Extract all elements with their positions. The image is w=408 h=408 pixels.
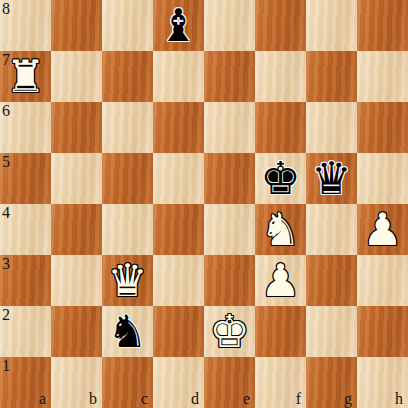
square-c7[interactable] [102, 51, 153, 102]
square-f5[interactable]: ♚ [255, 153, 306, 204]
square-a8[interactable]: 8 [0, 0, 51, 51]
square-c5[interactable] [102, 153, 153, 204]
square-h2[interactable] [357, 306, 408, 357]
square-b2[interactable] [51, 306, 102, 357]
square-d3[interactable] [153, 255, 204, 306]
square-c8[interactable] [102, 0, 153, 51]
file-label-b: b [89, 391, 97, 407]
square-e6[interactable] [204, 102, 255, 153]
square-c1[interactable]: c [102, 357, 153, 408]
square-b1[interactable]: b [51, 357, 102, 408]
square-b6[interactable] [51, 102, 102, 153]
piece-white-pawn-f3[interactable]: ♟ [255, 255, 306, 306]
square-h3[interactable] [357, 255, 408, 306]
file-label-c: c [141, 391, 148, 407]
square-g8[interactable] [306, 0, 357, 51]
square-c3[interactable]: ♛ [102, 255, 153, 306]
file-label-g: g [344, 391, 352, 407]
square-e1[interactable]: e [204, 357, 255, 408]
piece-black-knight-c2[interactable]: ♞ [102, 306, 153, 357]
file-label-e: e [243, 391, 250, 407]
square-h4[interactable]: ♟ [357, 204, 408, 255]
square-d2[interactable] [153, 306, 204, 357]
file-label-h: h [395, 391, 403, 407]
square-c6[interactable] [102, 102, 153, 153]
file-label-a: a [39, 391, 46, 407]
square-f2[interactable] [255, 306, 306, 357]
square-f3[interactable]: ♟ [255, 255, 306, 306]
chess-board-window: 8♝7♜65♚♛4♞♟3♛♟2♞♚1abcdefgh [0, 0, 408, 408]
rank-label-4: 4 [2, 205, 10, 221]
piece-black-queen-g5[interactable]: ♛ [306, 153, 357, 204]
square-a1[interactable]: 1a [0, 357, 51, 408]
file-label-d: d [191, 391, 199, 407]
piece-white-knight-f4[interactable]: ♞ [255, 204, 306, 255]
square-g5[interactable]: ♛ [306, 153, 357, 204]
chess-board: 8♝7♜65♚♛4♞♟3♛♟2♞♚1abcdefgh [0, 0, 408, 408]
piece-white-queen-c3[interactable]: ♛ [102, 255, 153, 306]
square-e4[interactable] [204, 204, 255, 255]
square-a6[interactable]: 6 [0, 102, 51, 153]
square-f6[interactable] [255, 102, 306, 153]
square-d6[interactable] [153, 102, 204, 153]
square-h1[interactable]: h [357, 357, 408, 408]
square-b4[interactable] [51, 204, 102, 255]
square-e2[interactable]: ♚ [204, 306, 255, 357]
piece-black-bishop-d8[interactable]: ♝ [153, 0, 204, 51]
square-b7[interactable] [51, 51, 102, 102]
rank-label-3: 3 [2, 256, 10, 272]
square-a5[interactable]: 5 [0, 153, 51, 204]
piece-white-pawn-h4[interactable]: ♟ [357, 204, 408, 255]
rank-label-2: 2 [2, 307, 10, 323]
square-f7[interactable] [255, 51, 306, 102]
square-d8[interactable]: ♝ [153, 0, 204, 51]
square-h7[interactable] [357, 51, 408, 102]
square-b8[interactable] [51, 0, 102, 51]
square-g1[interactable]: g [306, 357, 357, 408]
square-f8[interactable] [255, 0, 306, 51]
square-a3[interactable]: 3 [0, 255, 51, 306]
square-e7[interactable] [204, 51, 255, 102]
square-a2[interactable]: 2 [0, 306, 51, 357]
square-g6[interactable] [306, 102, 357, 153]
square-a4[interactable]: 4 [0, 204, 51, 255]
file-label-f: f [296, 391, 301, 407]
square-g4[interactable] [306, 204, 357, 255]
square-d5[interactable] [153, 153, 204, 204]
square-f1[interactable]: f [255, 357, 306, 408]
rank-label-1: 1 [2, 358, 10, 374]
square-a7[interactable]: 7♜ [0, 51, 51, 102]
square-d1[interactable]: d [153, 357, 204, 408]
square-e5[interactable] [204, 153, 255, 204]
piece-black-king-f5[interactable]: ♚ [255, 153, 306, 204]
square-d7[interactable] [153, 51, 204, 102]
square-e8[interactable] [204, 0, 255, 51]
square-h8[interactable] [357, 0, 408, 51]
square-b5[interactable] [51, 153, 102, 204]
square-h6[interactable] [357, 102, 408, 153]
square-g2[interactable] [306, 306, 357, 357]
rank-label-5: 5 [2, 154, 10, 170]
square-d4[interactable] [153, 204, 204, 255]
piece-white-rook-a7[interactable]: ♜ [0, 51, 51, 102]
square-c2[interactable]: ♞ [102, 306, 153, 357]
square-b3[interactable] [51, 255, 102, 306]
square-g3[interactable] [306, 255, 357, 306]
rank-label-6: 6 [2, 103, 10, 119]
rank-label-8: 8 [2, 1, 10, 17]
square-g7[interactable] [306, 51, 357, 102]
square-c4[interactable] [102, 204, 153, 255]
piece-white-king-e2[interactable]: ♚ [204, 306, 255, 357]
square-e3[interactable] [204, 255, 255, 306]
square-h5[interactable] [357, 153, 408, 204]
square-f4[interactable]: ♞ [255, 204, 306, 255]
